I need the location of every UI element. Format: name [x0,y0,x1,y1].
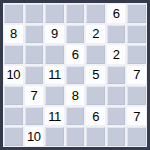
cell-r5c7-empty[interactable] [127,86,146,105]
cell-r6c7-clue: 7 [127,107,146,126]
cell-r7c7-empty[interactable] [127,127,146,146]
cell-r7c6-empty[interactable] [107,127,126,146]
cell-r1c5-empty[interactable] [86,4,105,23]
cell-r5c4-clue: 8 [66,86,85,105]
puzzle-board: 68926210115778116710 [0,0,150,150]
cell-r6c2-empty[interactable] [25,107,44,126]
cell-r4c7-clue: 7 [127,66,146,85]
cell-r2c1-clue: 8 [4,25,23,44]
cell-r7c5-empty[interactable] [86,127,105,146]
cell-r6c5-clue: 6 [86,107,105,126]
cell-r4c2-empty[interactable] [25,66,44,85]
cell-r2c6-empty[interactable] [107,25,126,44]
puzzle-grid: 68926210115778116710 [4,4,146,146]
cell-r5c3-empty[interactable] [45,86,64,105]
cell-r3c6-clue: 2 [107,45,126,64]
cell-r4c4-empty[interactable] [66,66,85,85]
cell-r4c6-empty[interactable] [107,66,126,85]
cell-r3c7-empty[interactable] [127,45,146,64]
cell-r3c3-empty[interactable] [45,45,64,64]
cell-r5c2-clue: 7 [25,86,44,105]
cell-r5c1-empty[interactable] [4,86,23,105]
cell-r3c2-empty[interactable] [25,45,44,64]
cell-r5c5-empty[interactable] [86,86,105,105]
cell-r1c3-empty[interactable] [45,4,64,23]
cell-r2c3-clue: 9 [45,25,64,44]
cell-r1c6-clue: 6 [107,4,126,23]
cell-r7c2-clue: 10 [25,127,44,146]
cell-r1c2-empty[interactable] [25,4,44,23]
cell-r4c1-clue: 10 [4,66,23,85]
cell-r5c6-empty[interactable] [107,86,126,105]
cell-r2c5-clue: 2 [86,25,105,44]
cell-r2c2-empty[interactable] [25,25,44,44]
cell-r7c1-empty[interactable] [4,127,23,146]
cell-r4c5-clue: 5 [86,66,105,85]
cell-r1c4-empty[interactable] [66,4,85,23]
cell-r3c1-empty[interactable] [4,45,23,64]
cell-r7c3-empty[interactable] [45,127,64,146]
cell-r6c1-empty[interactable] [4,107,23,126]
cell-r6c4-empty[interactable] [66,107,85,126]
cell-r2c7-empty[interactable] [127,25,146,44]
cell-r1c1-empty[interactable] [4,4,23,23]
cell-r3c5-empty[interactable] [86,45,105,64]
cell-r1c7-empty[interactable] [127,4,146,23]
cell-r3c4-clue: 6 [66,45,85,64]
cell-r6c6-empty[interactable] [107,107,126,126]
cell-r4c3-clue: 11 [45,66,64,85]
cell-r6c3-clue: 11 [45,107,64,126]
cell-r2c4-empty[interactable] [66,25,85,44]
cell-r7c4-empty[interactable] [66,127,85,146]
